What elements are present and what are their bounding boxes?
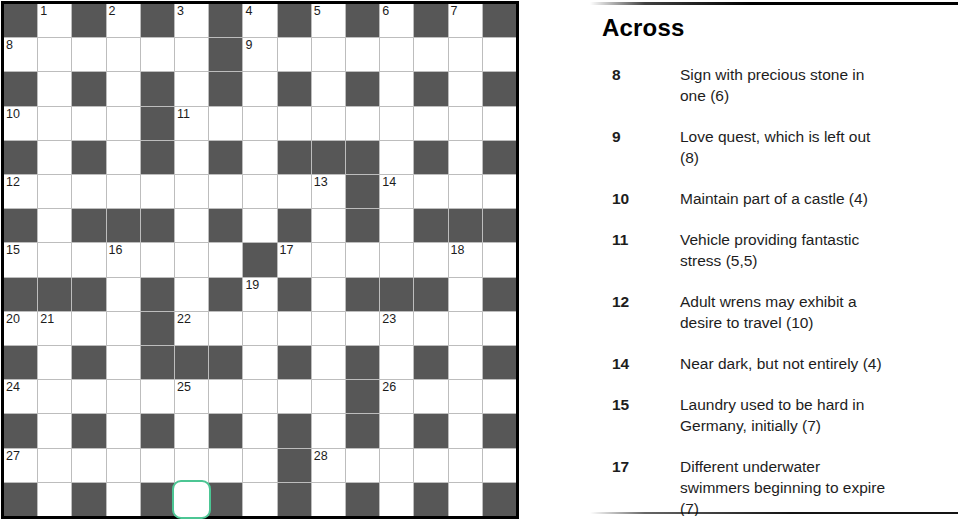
block-cell [72, 4, 105, 37]
white-cell[interactable] [483, 312, 516, 345]
white-cell[interactable] [72, 312, 105, 345]
white-cell[interactable] [38, 449, 71, 482]
block-cell [38, 278, 71, 311]
block-cell [380, 278, 413, 311]
block-cell [141, 483, 174, 516]
block-cell [209, 209, 242, 242]
white-cell[interactable] [414, 243, 447, 276]
block-cell [346, 346, 379, 379]
selected-cell-highlight [172, 480, 211, 519]
white-cell[interactable] [107, 414, 140, 447]
clue-number: 11 [590, 229, 680, 271]
white-cell[interactable] [346, 312, 379, 345]
white-cell[interactable]: 24 [4, 380, 37, 413]
block-cell [141, 278, 174, 311]
white-cell[interactable] [483, 38, 516, 71]
white-cell[interactable]: 11 [175, 107, 208, 140]
clue-text: Laundry used to be hard in Germany, init… [680, 394, 892, 436]
cell-number: 5 [314, 5, 321, 18]
white-cell[interactable] [278, 312, 311, 345]
block-cell [346, 175, 379, 208]
clue-number: 17 [590, 456, 680, 516]
white-cell[interactable] [175, 175, 208, 208]
white-cell[interactable] [483, 380, 516, 413]
block-cell [141, 72, 174, 105]
block-cell [4, 414, 37, 447]
white-cell[interactable] [414, 107, 447, 140]
block-cell [278, 141, 311, 174]
cell-number: 21 [40, 313, 54, 326]
block-cell [4, 209, 37, 242]
white-cell[interactable] [312, 107, 345, 140]
block-cell [175, 346, 208, 379]
white-cell[interactable] [209, 175, 242, 208]
white-cell[interactable] [38, 243, 71, 276]
crossword-board: 1234567891011121314151617181920212223242… [1, 1, 519, 519]
white-cell[interactable] [380, 72, 413, 105]
block-cell [141, 107, 174, 140]
white-cell[interactable]: 22 [175, 312, 208, 345]
cell-number: 9 [245, 39, 252, 52]
cell-number: 10 [6, 108, 20, 121]
white-cell[interactable] [38, 483, 71, 516]
white-cell[interactable] [175, 72, 208, 105]
white-cell[interactable] [72, 175, 105, 208]
cell-number: 3 [177, 5, 184, 18]
crossword-app: { "game": "crossword", "position": "#.#.… [0, 0, 958, 526]
white-cell[interactable] [346, 38, 379, 71]
cell-number: 6 [382, 5, 389, 18]
white-cell[interactable] [483, 107, 516, 140]
white-cell[interactable] [449, 38, 482, 71]
white-cell[interactable] [107, 175, 140, 208]
white-cell[interactable]: 27 [4, 449, 37, 482]
block-cell [4, 278, 37, 311]
clue-number: 8 [590, 64, 680, 106]
clue-list: 8Sign with precious stone in one (6)9Lov… [590, 64, 958, 516]
block-cell [483, 141, 516, 174]
clue-number: 9 [590, 126, 680, 168]
cell-number: 2 [109, 5, 116, 18]
clue-item[interactable]: 14Near dark, but not entirely (4) [590, 353, 958, 374]
white-cell[interactable] [72, 107, 105, 140]
block-cell [209, 38, 242, 71]
white-cell[interactable] [346, 243, 379, 276]
block-cell [346, 278, 379, 311]
white-cell[interactable] [449, 414, 482, 447]
white-cell[interactable] [107, 483, 140, 516]
clue-item[interactable]: 10Maintain part of a castle (4) [590, 188, 958, 209]
white-cell[interactable] [380, 209, 413, 242]
white-cell[interactable]: 1 [38, 4, 71, 37]
white-cell[interactable] [414, 449, 447, 482]
white-cell[interactable] [278, 107, 311, 140]
block-cell [414, 72, 447, 105]
white-cell[interactable] [38, 209, 71, 242]
block-cell [414, 4, 447, 37]
clues-panel: Across 8Sign with precious stone in one … [590, 0, 958, 516]
white-cell[interactable] [449, 141, 482, 174]
clue-number: 14 [590, 353, 680, 374]
white-cell[interactable] [107, 107, 140, 140]
white-cell[interactable] [449, 312, 482, 345]
cell-number: 15 [6, 244, 20, 257]
cell-number: 27 [6, 450, 20, 463]
clue-item[interactable]: 15Laundry used to be hard in Germany, in… [590, 394, 958, 436]
block-cell [72, 414, 105, 447]
block-cell [483, 414, 516, 447]
cell-number: 14 [382, 176, 396, 189]
block-cell [209, 414, 242, 447]
white-cell[interactable] [312, 414, 345, 447]
block-cell [72, 346, 105, 379]
block-cell [72, 278, 105, 311]
clue-item[interactable]: 12Adult wrens may exhibit a desire to tr… [590, 291, 958, 333]
block-cell [141, 4, 174, 37]
white-cell[interactable] [38, 107, 71, 140]
clue-text: Adult wrens may exhibit a desire to trav… [680, 291, 892, 333]
cell-number: 26 [382, 381, 396, 394]
cell-number: 8 [6, 39, 13, 52]
white-cell[interactable] [175, 278, 208, 311]
clue-item[interactable]: 11Vehicle providing fantastic stress (5,… [590, 229, 958, 271]
block-cell [414, 414, 447, 447]
block-cell [414, 209, 447, 242]
block-cell [449, 209, 482, 242]
block-cell [312, 141, 345, 174]
white-cell[interactable] [175, 243, 208, 276]
block-cell [346, 414, 379, 447]
white-cell[interactable] [278, 38, 311, 71]
block-cell [346, 209, 379, 242]
white-cell[interactable]: 7 [449, 4, 482, 37]
across-heading: Across [602, 14, 958, 42]
cell-number: 23 [382, 313, 396, 326]
white-cell[interactable] [243, 141, 276, 174]
cell-number: 4 [245, 5, 252, 18]
white-cell[interactable] [107, 278, 140, 311]
white-cell[interactable]: 16 [107, 243, 140, 276]
white-cell[interactable] [449, 278, 482, 311]
white-cell[interactable] [175, 38, 208, 71]
white-cell[interactable] [312, 380, 345, 413]
white-cell[interactable] [414, 175, 447, 208]
white-cell[interactable] [209, 243, 242, 276]
white-cell[interactable] [175, 141, 208, 174]
white-cell[interactable] [209, 312, 242, 345]
white-cell[interactable] [243, 312, 276, 345]
white-cell[interactable] [141, 380, 174, 413]
white-cell[interactable] [449, 72, 482, 105]
white-cell[interactable] [483, 243, 516, 276]
white-cell[interactable] [449, 107, 482, 140]
clue-item[interactable]: 8Sign with precious stone in one (6) [590, 64, 958, 106]
clue-number: 10 [590, 188, 680, 209]
white-cell[interactable] [243, 414, 276, 447]
white-cell[interactable]: 10 [4, 107, 37, 140]
clue-text: Love quest, which is left out (8) [680, 126, 892, 168]
white-cell[interactable] [72, 449, 105, 482]
white-cell[interactable] [243, 449, 276, 482]
cell-number: 20 [6, 313, 20, 326]
block-cell [346, 4, 379, 37]
white-cell[interactable]: 17 [278, 243, 311, 276]
clue-text: Maintain part of a castle (4) [680, 188, 892, 209]
white-cell[interactable] [209, 107, 242, 140]
block-cell [346, 380, 379, 413]
white-cell[interactable] [209, 449, 242, 482]
white-cell[interactable]: 8 [4, 38, 37, 71]
block-cell [483, 209, 516, 242]
cell-number: 22 [177, 313, 191, 326]
block-cell [346, 483, 379, 516]
block-cell [72, 72, 105, 105]
white-cell[interactable]: 21 [38, 312, 71, 345]
white-cell[interactable] [243, 483, 276, 516]
block-cell [72, 209, 105, 242]
block-cell [278, 278, 311, 311]
block-cell [141, 141, 174, 174]
cell-number: 12 [6, 176, 20, 189]
white-cell[interactable]: 15 [4, 243, 37, 276]
white-cell[interactable] [312, 346, 345, 379]
white-cell[interactable] [175, 449, 208, 482]
white-cell[interactable] [449, 380, 482, 413]
block-cell [278, 209, 311, 242]
block-cell [209, 346, 242, 379]
white-cell[interactable] [380, 449, 413, 482]
white-cell[interactable] [312, 38, 345, 71]
cell-number: 17 [280, 244, 294, 257]
white-cell[interactable] [414, 312, 447, 345]
white-cell[interactable] [107, 72, 140, 105]
white-cell[interactable] [141, 449, 174, 482]
block-cell [72, 483, 105, 516]
white-cell[interactable]: 2 [107, 4, 140, 37]
clue-text: Different underwater swimmers beginning … [680, 456, 892, 516]
white-cell[interactable] [38, 380, 71, 413]
white-cell[interactable]: 3 [175, 4, 208, 37]
white-cell[interactable] [380, 141, 413, 174]
white-cell[interactable] [449, 175, 482, 208]
block-cell [4, 72, 37, 105]
clue-text: Vehicle providing fantastic stress (5,5) [680, 229, 892, 271]
white-cell[interactable] [483, 175, 516, 208]
block-cell [414, 141, 447, 174]
white-cell[interactable] [38, 346, 71, 379]
clue-item[interactable]: 17Different underwater swimmers beginnin… [590, 456, 958, 516]
cell-number: 28 [314, 450, 328, 463]
block-cell [278, 4, 311, 37]
cell-number: 16 [109, 244, 123, 257]
block-cell [483, 346, 516, 379]
block-cell [209, 483, 242, 516]
clue-number: 12 [590, 291, 680, 333]
block-cell [209, 72, 242, 105]
white-cell[interactable] [141, 243, 174, 276]
white-cell[interactable] [72, 380, 105, 413]
white-cell[interactable]: 19 [243, 278, 276, 311]
block-cell [141, 209, 174, 242]
white-cell[interactable] [380, 346, 413, 379]
white-cell[interactable] [278, 175, 311, 208]
cell-number: 18 [451, 244, 465, 257]
white-cell[interactable] [483, 449, 516, 482]
white-cell[interactable] [107, 380, 140, 413]
cell-number: 25 [177, 381, 191, 394]
selected-cell[interactable] [175, 483, 208, 516]
white-cell[interactable]: 12 [4, 175, 37, 208]
white-cell[interactable] [312, 278, 345, 311]
white-cell[interactable]: 28 [312, 449, 345, 482]
clue-item[interactable]: 9Love quest, which is left out (8) [590, 126, 958, 168]
clue-text: Sign with precious stone in one (6) [680, 64, 892, 106]
white-cell[interactable] [312, 72, 345, 105]
white-cell[interactable]: 4 [243, 4, 276, 37]
white-cell[interactable] [72, 38, 105, 71]
block-cell [141, 414, 174, 447]
white-cell[interactable] [449, 483, 482, 516]
block-cell [107, 209, 140, 242]
white-cell[interactable] [414, 380, 447, 413]
white-cell[interactable] [243, 72, 276, 105]
white-cell[interactable] [107, 38, 140, 71]
block-cell [278, 72, 311, 105]
block-cell [483, 4, 516, 37]
block-cell [4, 346, 37, 379]
white-cell[interactable] [38, 38, 71, 71]
block-cell [4, 4, 37, 37]
block-cell [209, 278, 242, 311]
white-cell[interactable] [414, 38, 447, 71]
block-cell [141, 346, 174, 379]
cell-number: 7 [451, 5, 458, 18]
white-cell[interactable] [312, 209, 345, 242]
block-cell [414, 483, 447, 516]
white-cell[interactable] [209, 380, 242, 413]
white-cell[interactable]: 25 [175, 380, 208, 413]
block-cell [414, 346, 447, 379]
cell-number: 24 [6, 381, 20, 394]
white-cell[interactable] [175, 209, 208, 242]
panel-bottom-border [590, 512, 958, 514]
white-cell[interactable]: 13 [312, 175, 345, 208]
white-cell[interactable] [243, 209, 276, 242]
block-cell [346, 141, 379, 174]
white-cell[interactable] [38, 175, 71, 208]
white-cell[interactable] [175, 414, 208, 447]
white-cell[interactable] [346, 107, 379, 140]
white-cell[interactable] [107, 449, 140, 482]
white-cell[interactable] [107, 141, 140, 174]
white-cell[interactable] [380, 483, 413, 516]
block-cell [72, 141, 105, 174]
white-cell[interactable] [312, 243, 345, 276]
block-cell [278, 483, 311, 516]
cell-number: 13 [314, 176, 328, 189]
block-cell [483, 483, 516, 516]
white-cell[interactable]: 18 [449, 243, 482, 276]
white-cell[interactable] [380, 107, 413, 140]
white-cell[interactable] [38, 72, 71, 105]
cell-number: 1 [40, 5, 47, 18]
clue-number: 15 [590, 394, 680, 436]
white-cell[interactable] [243, 175, 276, 208]
block-cell [278, 449, 311, 482]
cell-number: 11 [177, 108, 190, 121]
white-cell[interactable] [38, 141, 71, 174]
block-cell [209, 141, 242, 174]
white-cell[interactable]: 14 [380, 175, 413, 208]
white-cell[interactable] [380, 38, 413, 71]
cell-number: 19 [245, 279, 259, 292]
panel-top-border [590, 2, 958, 5]
white-cell[interactable]: 23 [380, 312, 413, 345]
white-cell[interactable] [380, 243, 413, 276]
block-cell [4, 141, 37, 174]
white-cell[interactable] [278, 380, 311, 413]
block-cell [346, 72, 379, 105]
block-cell [414, 278, 447, 311]
white-cell[interactable] [107, 312, 140, 345]
white-cell[interactable]: 9 [243, 38, 276, 71]
white-cell[interactable] [72, 243, 105, 276]
block-cell [483, 72, 516, 105]
white-cell[interactable] [107, 346, 140, 379]
block-cell [278, 346, 311, 379]
white-cell[interactable] [449, 346, 482, 379]
white-cell[interactable] [449, 449, 482, 482]
white-cell[interactable] [380, 414, 413, 447]
block-cell [278, 414, 311, 447]
white-cell[interactable] [141, 38, 174, 71]
white-cell[interactable] [141, 175, 174, 208]
white-cell[interactable] [243, 107, 276, 140]
white-cell[interactable] [243, 346, 276, 379]
white-cell[interactable] [243, 380, 276, 413]
block-cell [141, 312, 174, 345]
white-cell[interactable] [312, 312, 345, 345]
white-cell[interactable]: 20 [4, 312, 37, 345]
clue-text: Near dark, but not entirely (4) [680, 353, 892, 374]
block-cell [243, 243, 276, 276]
white-cell[interactable] [38, 414, 71, 447]
block-cell [209, 4, 242, 37]
white-cell[interactable]: 5 [312, 4, 345, 37]
white-cell[interactable]: 26 [380, 380, 413, 413]
white-cell[interactable] [312, 483, 345, 516]
white-cell[interactable]: 6 [380, 4, 413, 37]
white-cell[interactable] [346, 449, 379, 482]
block-cell [4, 483, 37, 516]
block-cell [483, 278, 516, 311]
